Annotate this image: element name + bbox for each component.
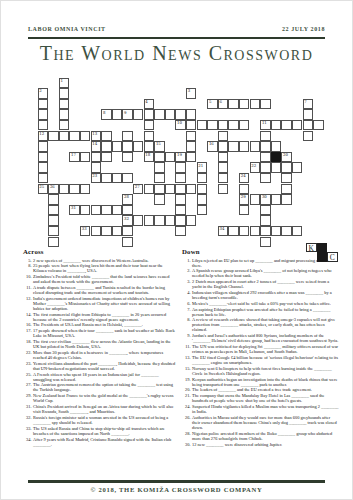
footer-rule [28,480,325,483]
down-clue-21: 21.The company that owns the Mandalay Ba… [182,393,339,403]
grid-cell[interactable] [281,194,292,205]
grid-cell[interactable] [281,120,292,131]
grid-cell[interactable] [101,173,112,184]
clue-number-13: 13 [92,132,97,136]
grid-cell[interactable] [154,194,165,205]
clue-number-34: 34 [219,227,224,231]
grid-cell[interactable] [197,184,208,195]
clue-number-label: 33. [23,426,33,436]
grid-cell[interactable] [260,141,271,152]
clue-number-label: 5. [23,258,33,263]
grid-cell[interactable] [228,226,239,237]
down-clue-30: 30.12 new ________ were discovered orbit… [182,442,339,447]
clue-number-15: 15 [156,142,161,146]
grid-cell[interactable]: 4 [144,99,155,110]
grid-cell[interactable] [133,141,144,152]
grid-cell[interactable] [303,109,314,120]
grid-cell[interactable] [122,152,133,163]
grid-cell[interactable] [133,215,144,226]
grid-cell[interactable] [165,152,176,163]
grid-cell[interactable]: 9 [122,109,133,120]
down-clue-9: 9.Jordan's and Israel's authorities said… [182,333,339,343]
clue-number-27: 27 [135,185,140,189]
grid-cell[interactable]: 7 [303,99,314,110]
grid-cell[interactable] [175,173,186,184]
down-clue-28: 28.Nigerian police arrested 8 members of… [182,431,339,441]
grid-cell[interactable] [101,205,112,216]
grid-cell[interactable]: 20 [281,152,292,163]
grid-cell[interactable] [91,205,102,216]
grid-cell[interactable] [239,184,250,195]
clue-number-label: 11. [182,344,192,354]
clue-text: Russia's foreign minister said a woman a… [33,415,176,425]
clue-number-label: 25. [23,372,33,382]
grid-cell[interactable] [48,226,59,237]
grid-cell[interactable] [281,173,292,184]
grid-cell[interactable] [197,194,208,205]
clue-text: Mexico's ________-elect said he will tak… [192,301,339,306]
across-clues-column: Across 5.2 new species of ________ were … [23,248,176,447]
clue-text: Nigerian police arrested 8 members of th… [192,431,339,441]
grid-cell[interactable] [260,99,271,110]
clue-number-label: 12. [23,296,33,311]
grid-cell[interactable] [38,162,49,173]
grid-cell[interactable] [271,162,282,173]
grid-cell[interactable]: 21 [197,162,208,173]
clue-number-29: 29 [241,195,246,199]
clue-text: Zimbabwe's President told white ________… [33,274,176,284]
clue-number-3: 3 [188,89,190,93]
grid-cell[interactable] [228,120,239,131]
down-clue-24: 24.Suspected Hindu vigilantes killed a M… [182,404,339,414]
grid-cell[interactable] [59,184,70,195]
grid-cell[interactable] [48,131,59,142]
grid-cell[interactable]: 5 [207,99,218,110]
clue-number-7: 7 [304,100,306,104]
grid-cell[interactable] [122,173,133,184]
clue-number-label: 23. [23,361,33,371]
grid-cell[interactable]: 16 [207,141,218,152]
clue-number-label: 8. [182,317,192,332]
grid-cell[interactable] [144,109,155,120]
down-clue-8: 8.A review of research evidence showed t… [182,317,339,332]
clue-text: The UN was criticised for deploying Sri … [192,344,339,354]
grid-cell[interactable]: 10 [175,120,186,131]
clue-text: 2 Dutch men appeared in court after 2 to… [192,279,339,289]
grid-cell[interactable] [48,194,59,205]
grid-cell[interactable] [250,194,261,205]
grid-cell[interactable] [48,237,59,248]
grid-cell[interactable]: 23 [91,173,102,184]
down-clue-20: 20.The leaders of ________ and the EU cr… [182,387,339,392]
clue-number-label: 22. [23,350,33,360]
across-clue-16: 16.The Presidents of USA and Russia met … [23,322,176,327]
grid-cell[interactable] [228,99,239,110]
grid-cell[interactable] [218,131,229,142]
clue-text: A French citizen who spent 18 years in a… [33,372,176,382]
across-clue-29: 29.New Zealand beat France to win the go… [23,393,176,403]
clue-number-17: 17 [71,153,76,157]
grid-cell[interactable] [38,152,49,163]
grid-cell[interactable] [91,226,102,237]
grid-cell[interactable] [80,184,91,195]
grid-cell[interactable] [175,162,186,173]
clue-text: The EU fined Google €4 billion because o… [192,355,339,365]
clue-number-8: 8 [103,111,105,115]
grid-cell[interactable]: 34 [218,226,229,237]
grid-cell[interactable] [101,226,112,237]
grid-cell[interactable] [69,131,80,142]
across-clue-18: 18.The first ever civilian ________ flew… [23,339,176,349]
grid-cell[interactable]: 33 [80,226,91,237]
grid-cell[interactable] [239,205,250,216]
footer-copyright: © 2018, THE KOMIŽA CROSSWORD COMPANY [1,486,352,493]
clue-text: A Spanish rescue group accused Libya's _… [192,268,339,278]
black-cell [271,152,282,163]
grid-cell[interactable] [197,205,208,216]
grid-cell[interactable] [112,141,123,152]
grid-cell[interactable]: 17 [69,152,80,163]
grid-cell[interactable]: 29 [239,194,250,205]
grid-cell[interactable] [112,205,123,216]
grid-cell[interactable] [292,226,303,237]
grid-cell[interactable] [218,173,229,184]
grid-cell[interactable] [101,152,112,163]
grid-cell[interactable] [292,120,303,131]
grid-cell[interactable]: 2 [38,88,49,99]
grid-cell[interactable] [303,120,314,131]
clue-text: The first commercial flight from Ethiopi… [33,312,176,322]
grid-cell[interactable] [165,184,176,195]
down-clue-2: 2.A Spanish rescue group accused Libya's… [182,268,339,278]
grid-cell[interactable] [122,237,133,248]
grid-cell[interactable] [175,215,186,226]
grid-cell[interactable] [48,205,59,216]
across-clue-27: 27.The Austrian government removed the o… [23,382,176,392]
grid-cell[interactable] [133,109,144,120]
grid-cell[interactable] [144,141,155,152]
grid-cell[interactable]: 26 [48,184,59,195]
grid-cell[interactable] [186,109,197,120]
clue-number-1: 1 [60,79,62,83]
clue-text: An aspiring Ethiopian prophet was arrest… [192,307,339,317]
clue-number-14: 14 [92,142,97,146]
newspaper-page: LABOR OMNIA VINCIT 22 JULY 2018 The Worl… [0,0,353,500]
clue-number-2: 2 [39,89,41,93]
grid-cell[interactable]: 27 [133,184,144,195]
grid-cell[interactable] [144,120,155,131]
grid-cell[interactable] [250,99,261,110]
clue-text: After 9 years with Real Madrid, Cristian… [33,437,176,447]
grid-cell[interactable] [112,173,123,184]
grid-cell[interactable] [186,120,197,131]
grid-cell[interactable] [175,226,186,237]
clue-text: Kenyan authorities began an investigatio… [192,377,339,387]
grid-cell[interactable]: 3 [186,88,197,99]
across-clue-17: 17.17 people drowned when their tour ___… [23,328,176,338]
grid-cell[interactable] [91,162,102,173]
clue-number-label: 28. [182,431,192,441]
grid-cell[interactable] [292,162,303,173]
clue-number-label: 27. [23,382,33,392]
clue-number-21: 21 [198,164,203,168]
grid-cell[interactable] [260,205,271,216]
grid-cell[interactable] [144,184,155,195]
clue-text: The leaders of ________ and the EU creat… [192,387,339,392]
masthead-date: 22 JULY 2018 [282,26,325,32]
grid-cell[interactable] [197,173,208,184]
grid-cell[interactable] [218,120,229,131]
across-clue-14: 14.The first commercial flight from Ethi… [23,312,176,322]
grid-cell[interactable] [59,99,70,110]
grid-cell[interactable]: 25 [38,184,49,195]
grid-cell[interactable] [271,120,282,131]
grid-cell[interactable] [165,109,176,120]
clue-number-6: 6 [219,100,221,104]
grid-cell[interactable] [38,141,49,152]
grid-cell[interactable]: 1 [59,78,70,89]
clue-number-label: 7. [182,307,192,317]
clue-number-label: 29. [23,393,33,403]
clue-text: 25 people were hurt when flying lava hit… [33,263,176,273]
across-clue-22: 22.More than 30 people died in a heatwav… [23,350,176,360]
clue-number-label: 3. [182,279,192,289]
clue-text: India's government ordered immediate ins… [33,296,176,311]
grid-cell[interactable] [186,141,197,152]
grid-cell[interactable] [165,215,176,226]
clue-text: The Austrian government removed the opti… [33,382,176,392]
grid-cell[interactable] [38,109,49,120]
clue-number-label: 30. [182,442,192,447]
grid-cell[interactable] [122,131,133,142]
grid-cell[interactable] [154,215,165,226]
across-clue-25: 25.A French citizen who spent 18 years i… [23,372,176,382]
grid-cell[interactable] [281,162,292,173]
clue-number-label: 19. [182,377,192,387]
grid-cell[interactable] [218,141,229,152]
across-clue-11: 11.A trade dispute between ________ and … [23,285,176,295]
grid-cell[interactable] [122,205,133,216]
clue-number-30: 30 [262,195,267,199]
clue-text: A trade dispute between ________ and Tun… [33,285,176,295]
down-clue-26: 26.Authorities in Macau said they would … [182,415,339,430]
clue-text: The company that owns the Mandalay Bay H… [192,393,339,403]
grid-cell[interactable] [48,215,59,226]
grid-cell[interactable]: 8 [101,109,112,120]
clue-text: Norway sent 6 helicopters to help with f… [192,366,339,376]
across-clue-34: 34.After 9 years with Real Madrid, Crist… [23,437,176,447]
grid-cell[interactable] [154,184,165,195]
grid-cell[interactable] [91,152,102,163]
grid-cell[interactable] [239,120,250,131]
grid-cell[interactable] [186,152,197,163]
grid-cell[interactable]: 24 [239,173,250,184]
grid-cell[interactable] [281,184,292,195]
grid-cell[interactable] [281,226,292,237]
clue-number-33: 33 [82,227,87,231]
grid-cell[interactable]: 22 [250,162,261,173]
clue-number-22: 22 [251,164,256,168]
across-clue-8: 8.25 people were hurt when flying lava h… [23,263,176,273]
down-clue-19: 19.Kenyan authorities began an investiga… [182,377,339,387]
clue-number-5: 5 [209,100,211,104]
grid-cell[interactable]: 30 [260,194,271,205]
grid-cell[interactable] [175,184,186,195]
clue-text: 2 new species of ________ were discovere… [33,258,176,263]
grid-cell[interactable] [144,215,155,226]
clue-text: The US asked Russia and China to stop sh… [33,426,176,436]
grid-cell[interactable]: 32 [122,215,133,226]
clue-number-label: 9. [182,333,192,343]
clue-number-label: 15. [182,366,192,376]
grid-cell[interactable] [260,173,271,184]
grid-cell[interactable] [112,226,123,237]
grid-cell[interactable] [69,184,80,195]
clue-number-32: 32 [124,217,129,221]
down-clues-column: Down 1.Libya rejected an EU plan to set … [182,248,339,447]
grid-cell[interactable]: 13 [91,131,102,142]
clue-number-26: 26 [50,185,55,189]
grid-cell[interactable] [38,173,49,184]
clue-number-12: 12 [39,132,44,136]
across-heading: Across [23,248,176,255]
grid-cell[interactable] [271,226,282,237]
clue-number-label: 24. [182,404,192,414]
clue-number-20: 20 [283,153,288,157]
across-clue-12: 12.India's government ordered immediate … [23,296,176,311]
grid-cell[interactable]: 15 [154,141,165,152]
grid-cell[interactable] [186,215,197,226]
grid-cell[interactable] [59,88,70,99]
grid-cell[interactable] [154,109,165,120]
grid-cell[interactable] [175,205,186,216]
grid-cell[interactable] [59,109,70,120]
grid-cell[interactable]: 6 [218,99,229,110]
clue-number-label: 10. [23,274,33,284]
grid-cell[interactable]: 18 [144,152,155,163]
grid-cell[interactable] [207,120,218,131]
grid-cell[interactable] [122,141,133,152]
across-clue-5: 5.2 new species of ________ were discove… [23,258,176,263]
grid-cell[interactable] [260,226,271,237]
grid-cell[interactable] [175,109,186,120]
grid-cell[interactable] [59,131,70,142]
grid-cell[interactable] [80,152,91,163]
grid-cell[interactable] [260,237,271,248]
clue-text: China's President arrived in Senegal on … [33,404,176,414]
grid-cell[interactable] [250,226,261,237]
grid-cell[interactable] [197,120,208,131]
clue-number-18: 18 [145,153,150,157]
clue-text: Indonesian villagers slaughtered 292 cro… [192,290,339,300]
grid-cell[interactable] [218,184,229,195]
clue-number-label: 17. [23,328,33,338]
grid-cell[interactable] [260,162,271,173]
grid-cell[interactable] [122,226,133,237]
across-clue-33: 33.The US asked Russia and China to stop… [23,426,176,436]
grid-cell[interactable] [239,226,250,237]
clue-number-25: 25 [39,185,44,189]
grid-cell[interactable] [228,141,239,152]
across-clue-list: 5.2 new species of ________ were discove… [23,258,176,447]
clue-text: Jordan's and Israel's authorities said 8… [192,333,339,343]
grid-cell[interactable]: 19 [175,152,186,163]
grid-cell[interactable] [80,131,91,142]
clue-number-19: 19 [177,153,182,157]
grid-cell[interactable] [80,205,91,216]
clue-number-label: 32. [23,415,33,425]
page-title: The World News Crossword [1,42,352,65]
grid-cell[interactable] [38,99,49,110]
grid-cell[interactable] [239,141,250,152]
grid-cell[interactable] [260,152,271,163]
grid-cell[interactable] [186,184,197,195]
grid-cell[interactable] [154,173,165,184]
clue-number-28: 28 [124,195,129,199]
grid-cell[interactable] [38,120,49,131]
clue-number-label: 1. [182,258,192,268]
grid-cell[interactable] [59,120,70,131]
clue-number-label: 13. [182,355,192,365]
grid-cell[interactable] [154,152,165,163]
grid-cell[interactable] [271,141,282,152]
clue-text: 12 new ________ were discovered orbiting… [192,442,339,447]
clue-number-11: 11 [262,121,267,125]
clue-number-10: 10 [177,121,182,125]
grid-cell[interactable] [175,194,186,205]
clue-number-label: 34. [23,437,33,447]
masthead-motto: LABOR OMNIA VINCIT [28,26,106,32]
clue-number-label: 16. [23,322,33,327]
down-clue-3: 3.2 Dutch men appeared in court after 2 … [182,279,339,289]
grid-cell[interactable] [260,215,271,226]
grid-cell[interactable] [218,162,229,173]
grid-cell[interactable] [186,131,197,142]
clue-text: Authorities in Macau said they would car… [192,415,339,430]
grid-cell[interactable] [260,131,271,142]
clue-text: The Presidents of USA and Russia met in … [33,322,176,327]
down-clue-4: 4.Indonesian villagers slaughtered 292 c… [182,290,339,300]
grid-cell[interactable] [303,131,314,142]
across-clue-31: 31.China's President arrived in Senegal … [23,404,176,414]
grid-cell[interactable] [101,141,112,152]
grid-cell[interactable] [218,152,229,163]
clue-text: Libya rejected an EU plan to set up ____… [192,258,339,268]
clue-number-16: 16 [209,142,214,146]
grid-cell[interactable]: 11 [260,120,271,131]
clue-number-label: 20. [182,387,192,392]
clue-number-4: 4 [145,100,147,104]
grid-cell[interactable] [101,131,112,142]
grid-cell[interactable] [271,194,282,205]
grid-cell[interactable] [313,120,324,131]
clue-text: New Zealand beat France to win the gold … [33,393,176,403]
grid-cell[interactable] [112,109,123,120]
grid-cell[interactable] [250,141,261,152]
clue-number-label: 18. [23,339,33,349]
grid-cell[interactable] [154,162,165,173]
clue-text: More than 30 people died in a heatwave i… [33,350,176,360]
grid-cell[interactable]: 12 [38,131,49,142]
grid-cell[interactable]: 31 [69,205,80,216]
grid-cell[interactable] [144,131,155,142]
clue-number-label: 31. [23,404,33,414]
down-clue-13: 13.The EU fined Google €4 billion becaus… [182,355,339,365]
grid-cell[interactable]: 14 [91,141,102,152]
grid-cell[interactable] [239,99,250,110]
down-clue-1: 1.Libya rejected an EU plan to set up __… [182,258,339,268]
grid-cell[interactable]: 28 [122,194,133,205]
